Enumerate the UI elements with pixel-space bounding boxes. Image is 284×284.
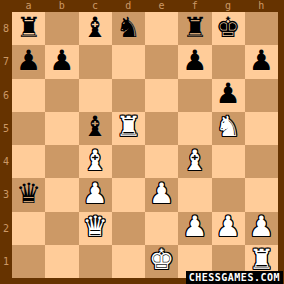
square-b7[interactable]: ♟ bbox=[45, 45, 78, 78]
white-rook[interactable]: ♜ bbox=[116, 113, 141, 141]
square-c3[interactable]: ♟ bbox=[79, 178, 112, 211]
square-f5[interactable] bbox=[178, 112, 211, 145]
square-a6[interactable] bbox=[12, 79, 45, 112]
black-pawn[interactable]: ♟ bbox=[216, 80, 241, 108]
square-d3[interactable] bbox=[112, 178, 145, 211]
rank-labels: 87654321 bbox=[0, 12, 12, 278]
rank-label-5: 5 bbox=[0, 112, 12, 145]
square-c6[interactable] bbox=[79, 79, 112, 112]
square-b2[interactable] bbox=[45, 212, 78, 245]
white-bishop[interactable]: ♝ bbox=[182, 147, 207, 175]
square-c5[interactable]: ♝ bbox=[79, 112, 112, 145]
square-e2[interactable] bbox=[145, 212, 178, 245]
square-a4[interactable] bbox=[12, 145, 45, 178]
square-d8[interactable]: ♞ bbox=[112, 12, 145, 45]
black-bishop[interactable]: ♝ bbox=[83, 14, 108, 42]
black-queen[interactable]: ♛ bbox=[16, 180, 41, 208]
square-e7[interactable] bbox=[145, 45, 178, 78]
square-f3[interactable] bbox=[178, 178, 211, 211]
rank-label-8: 8 bbox=[0, 12, 12, 45]
file-label-e: e bbox=[145, 0, 178, 12]
square-b1[interactable] bbox=[45, 245, 78, 278]
square-e8[interactable] bbox=[145, 12, 178, 45]
square-d1[interactable] bbox=[112, 245, 145, 278]
square-a5[interactable] bbox=[12, 112, 45, 145]
square-e6[interactable] bbox=[145, 79, 178, 112]
black-pawn[interactable]: ♟ bbox=[16, 47, 41, 75]
square-b8[interactable] bbox=[45, 12, 78, 45]
square-e5[interactable] bbox=[145, 112, 178, 145]
file-label-b: b bbox=[45, 0, 78, 12]
square-h2[interactable]: ♟ bbox=[245, 212, 278, 245]
black-rook[interactable]: ♜ bbox=[182, 14, 207, 42]
rank-label-6: 6 bbox=[0, 79, 12, 112]
rank-label-2: 2 bbox=[0, 212, 12, 245]
square-d2[interactable] bbox=[112, 212, 145, 245]
white-pawn[interactable]: ♟ bbox=[216, 213, 241, 241]
square-f8[interactable]: ♜ bbox=[178, 12, 211, 45]
black-knight[interactable]: ♞ bbox=[116, 14, 141, 42]
white-bishop[interactable]: ♝ bbox=[83, 147, 108, 175]
square-g8[interactable]: ♚ bbox=[212, 12, 245, 45]
white-pawn[interactable]: ♟ bbox=[182, 213, 207, 241]
square-e4[interactable] bbox=[145, 145, 178, 178]
square-c1[interactable] bbox=[79, 245, 112, 278]
black-pawn[interactable]: ♟ bbox=[182, 47, 207, 75]
black-pawn[interactable]: ♟ bbox=[49, 47, 74, 75]
square-b3[interactable] bbox=[45, 178, 78, 211]
square-a8[interactable]: ♜ bbox=[12, 12, 45, 45]
square-h4[interactable] bbox=[245, 145, 278, 178]
square-a3[interactable]: ♛ bbox=[12, 178, 45, 211]
white-king[interactable]: ♚ bbox=[149, 246, 174, 274]
white-pawn[interactable]: ♟ bbox=[249, 213, 274, 241]
square-c7[interactable] bbox=[79, 45, 112, 78]
square-h8[interactable] bbox=[245, 12, 278, 45]
square-f7[interactable]: ♟ bbox=[178, 45, 211, 78]
file-label-h: h bbox=[245, 0, 278, 12]
black-bishop[interactable]: ♝ bbox=[83, 113, 108, 141]
square-a7[interactable]: ♟ bbox=[12, 45, 45, 78]
square-f4[interactable]: ♝ bbox=[178, 145, 211, 178]
black-pawn[interactable]: ♟ bbox=[249, 47, 274, 75]
chessgames-logo[interactable]: CHESSGAMES.COM bbox=[186, 271, 283, 284]
square-a2[interactable] bbox=[12, 212, 45, 245]
rank-label-3: 3 bbox=[0, 178, 12, 211]
square-g5[interactable]: ♞ bbox=[212, 112, 245, 145]
rank-label-7: 7 bbox=[0, 45, 12, 78]
square-h5[interactable] bbox=[245, 112, 278, 145]
square-d6[interactable] bbox=[112, 79, 145, 112]
square-e3[interactable]: ♟ bbox=[145, 178, 178, 211]
square-c2[interactable]: ♛ bbox=[79, 212, 112, 245]
board: ♜♝♞♜♚♟♟♟♟♟♝♜♞♝♝♛♟♟♛♟♟♟♚♜ bbox=[12, 12, 278, 278]
square-g2[interactable]: ♟ bbox=[212, 212, 245, 245]
square-g7[interactable] bbox=[212, 45, 245, 78]
square-b6[interactable] bbox=[45, 79, 78, 112]
square-h7[interactable]: ♟ bbox=[245, 45, 278, 78]
square-g3[interactable] bbox=[212, 178, 245, 211]
black-rook[interactable]: ♜ bbox=[16, 14, 41, 42]
square-d4[interactable] bbox=[112, 145, 145, 178]
rank-label-1: 1 bbox=[0, 245, 12, 278]
square-d5[interactable]: ♜ bbox=[112, 112, 145, 145]
square-d7[interactable] bbox=[112, 45, 145, 78]
square-g6[interactable]: ♟ bbox=[212, 79, 245, 112]
square-c4[interactable]: ♝ bbox=[79, 145, 112, 178]
white-knight[interactable]: ♞ bbox=[216, 113, 241, 141]
square-h6[interactable] bbox=[245, 79, 278, 112]
square-h3[interactable] bbox=[245, 178, 278, 211]
square-e1[interactable]: ♚ bbox=[145, 245, 178, 278]
white-pawn[interactable]: ♟ bbox=[83, 180, 108, 208]
square-b5[interactable] bbox=[45, 112, 78, 145]
square-f2[interactable]: ♟ bbox=[178, 212, 211, 245]
rank-label-4: 4 bbox=[0, 145, 12, 178]
board-frame: abcdefgh 87654321 ♜♝♞♜♚♟♟♟♟♟♝♜♞♝♝♛♟♟♛♟♟♟… bbox=[0, 0, 284, 284]
white-queen[interactable]: ♛ bbox=[83, 213, 108, 241]
square-c8[interactable]: ♝ bbox=[79, 12, 112, 45]
square-f6[interactable] bbox=[178, 79, 211, 112]
white-pawn[interactable]: ♟ bbox=[149, 180, 174, 208]
square-b4[interactable] bbox=[45, 145, 78, 178]
square-a1[interactable] bbox=[12, 245, 45, 278]
black-king[interactable]: ♚ bbox=[216, 14, 241, 42]
square-g4[interactable] bbox=[212, 145, 245, 178]
